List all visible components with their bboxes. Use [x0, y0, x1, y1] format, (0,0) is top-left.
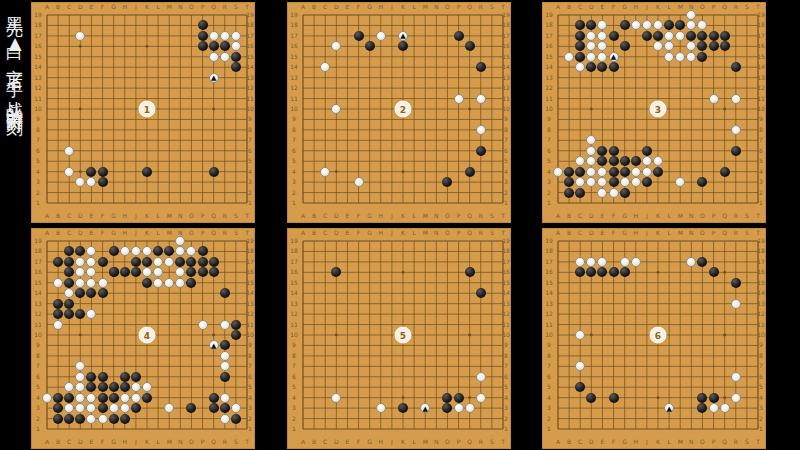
- black-stone: [609, 146, 619, 156]
- white-stone: [86, 246, 96, 256]
- row-label: 11: [246, 96, 254, 102]
- column-label: E: [346, 230, 350, 236]
- row-label: 4: [547, 169, 551, 175]
- row-label: 5: [547, 158, 551, 164]
- column-label: O: [700, 213, 705, 219]
- column-label: O: [189, 439, 194, 445]
- white-stone: [709, 403, 719, 413]
- row-label: 17: [502, 33, 510, 39]
- black-stone: [109, 267, 119, 277]
- black-stone: [597, 62, 607, 72]
- white-stone: [64, 167, 74, 177]
- column-label: F: [101, 213, 104, 219]
- row-label: 5: [36, 384, 40, 390]
- white-stone: [586, 52, 596, 62]
- black-stone: [164, 246, 174, 256]
- black-stone: [64, 299, 74, 309]
- black-stone: [709, 31, 719, 41]
- column-label: H: [123, 439, 128, 445]
- black-stone: [686, 31, 696, 41]
- black-stone: [609, 167, 619, 177]
- row-label: 6: [292, 148, 296, 154]
- black-stone: [75, 246, 85, 256]
- row-label: 19: [246, 12, 254, 18]
- white-stone: [86, 267, 96, 277]
- black-stone: [75, 414, 85, 424]
- column-label: R: [479, 439, 483, 445]
- black-stone: [564, 177, 574, 187]
- white-stone: [686, 10, 696, 20]
- column-label: G: [111, 230, 116, 236]
- white-stone: [220, 351, 230, 361]
- black-stone: [631, 156, 641, 166]
- column-label: F: [612, 230, 615, 236]
- black-stone: [131, 267, 141, 277]
- row-label: 4: [36, 395, 40, 401]
- row-label: 5: [248, 384, 252, 390]
- row-label: 12: [34, 85, 42, 91]
- column-label: F: [612, 4, 615, 10]
- white-stone: [209, 52, 219, 62]
- column-label: P: [201, 439, 205, 445]
- white-stone: [209, 340, 219, 350]
- white-stone: [709, 94, 719, 104]
- column-label: A: [45, 213, 49, 219]
- row-label: 10: [34, 106, 42, 112]
- black-stone: [586, 62, 596, 72]
- row-label: 19: [545, 12, 553, 18]
- row-label: 4: [36, 169, 40, 175]
- row-label: 15: [246, 54, 254, 60]
- column-label: R: [479, 230, 483, 236]
- row-label: 8: [504, 353, 508, 359]
- column-label: O: [445, 230, 450, 236]
- white-stone: [120, 403, 130, 413]
- white-stone: [120, 393, 130, 403]
- white-stone: [75, 382, 85, 392]
- black-stone: [709, 393, 719, 403]
- column-label: B: [567, 213, 571, 219]
- column-label: O: [700, 4, 705, 10]
- black-stone: [609, 393, 619, 403]
- problem-caption: 黑先：白▲之后下一手战斗的关键时刻: [2, 4, 28, 448]
- row-label: 2: [759, 416, 763, 422]
- black-stone: [697, 403, 707, 413]
- column-label: Q: [467, 439, 472, 445]
- column-label: J: [135, 213, 137, 219]
- black-stone: [454, 393, 464, 403]
- row-label: 16: [502, 43, 510, 49]
- row-label: 14: [545, 290, 553, 296]
- black-stone: [575, 267, 585, 277]
- column-label: C: [67, 439, 71, 445]
- diagram-number-badge: 2: [395, 101, 412, 118]
- row-label: 10: [545, 106, 553, 112]
- black-stone: [186, 267, 196, 277]
- row-label: 18: [757, 248, 765, 254]
- row-label: 10: [502, 106, 510, 112]
- row-label: 13: [290, 301, 298, 307]
- white-stone: [642, 167, 652, 177]
- row-label: 6: [248, 374, 252, 380]
- column-label: A: [45, 439, 49, 445]
- column-label: P: [201, 230, 205, 236]
- white-stone: [731, 94, 741, 104]
- row-label: 9: [248, 342, 252, 348]
- black-stone: [465, 167, 475, 177]
- row-label: 17: [246, 259, 254, 265]
- black-stone: [731, 62, 741, 72]
- white-stone: [98, 414, 108, 424]
- column-label: F: [357, 439, 360, 445]
- diagram-number-badge: 3: [650, 101, 667, 118]
- white-stone: [209, 31, 219, 41]
- column-label: D: [78, 213, 83, 219]
- column-label: G: [367, 4, 372, 10]
- column-label: S: [490, 213, 494, 219]
- column-label: E: [346, 4, 350, 10]
- row-label: 2: [759, 190, 763, 196]
- black-stone: [575, 20, 585, 30]
- column-label: D: [78, 230, 83, 236]
- column-label: N: [434, 439, 439, 445]
- column-label: G: [367, 439, 372, 445]
- column-label: P: [712, 230, 716, 236]
- go-board-3[interactable]: AABBCCDDEEFFGGHHJJKKLLMMNNOOPPQQRRSSTT19…: [542, 2, 766, 223]
- column-label: P: [712, 439, 716, 445]
- row-label: 14: [290, 64, 298, 70]
- column-label: S: [490, 439, 494, 445]
- column-label: S: [234, 230, 238, 236]
- black-stone: [109, 246, 119, 256]
- row-label: 1: [248, 426, 252, 432]
- row-label: 15: [246, 280, 254, 286]
- column-label: J: [135, 4, 137, 10]
- row-label: 4: [248, 169, 252, 175]
- row-label: 1: [292, 426, 296, 432]
- column-label: L: [156, 213, 159, 219]
- screenshot-frame: 黑先：白▲之后下一手战斗的关键时刻 AABBCCDDEEFFGGHHJJKKLL…: [0, 0, 800, 450]
- white-stone: [586, 41, 596, 51]
- row-label: 6: [759, 148, 763, 154]
- row-label: 11: [757, 322, 765, 328]
- column-label: S: [234, 213, 238, 219]
- white-stone: [175, 278, 185, 288]
- column-label: E: [90, 4, 94, 10]
- black-stone: [720, 167, 730, 177]
- row-label: 18: [502, 248, 510, 254]
- column-label: P: [457, 4, 461, 10]
- column-label: H: [634, 213, 639, 219]
- column-label: Q: [722, 4, 727, 10]
- white-stone: [597, 52, 607, 62]
- column-label: C: [323, 439, 327, 445]
- row-label: 15: [34, 280, 42, 286]
- column-label: D: [334, 213, 339, 219]
- column-label: J: [135, 439, 137, 445]
- row-label: 2: [292, 416, 296, 422]
- row-label: 14: [34, 290, 42, 296]
- white-stone: [153, 257, 163, 267]
- black-stone: [575, 188, 585, 198]
- column-label: A: [45, 4, 49, 10]
- column-label: K: [401, 213, 405, 219]
- row-label: 10: [502, 332, 510, 338]
- black-stone: [231, 414, 241, 424]
- column-label: M: [678, 213, 683, 219]
- diagram-number-badge: 1: [139, 101, 156, 118]
- row-label: 7: [547, 137, 551, 143]
- white-stone: [609, 188, 619, 198]
- black-stone: [575, 41, 585, 51]
- column-label: N: [434, 4, 439, 10]
- row-label: 4: [248, 395, 252, 401]
- column-label: D: [589, 4, 594, 10]
- white-stone: [164, 278, 174, 288]
- white-stone: [675, 31, 685, 41]
- column-label: H: [379, 230, 384, 236]
- column-label: G: [111, 213, 116, 219]
- white-stone: [586, 156, 596, 166]
- white-stone: [597, 31, 607, 41]
- row-label: 3: [292, 405, 296, 411]
- column-label: L: [667, 230, 670, 236]
- black-stone: [209, 167, 219, 177]
- column-label: M: [423, 230, 428, 236]
- column-label: J: [646, 230, 648, 236]
- row-label: 13: [290, 75, 298, 81]
- black-stone: [64, 278, 74, 288]
- black-stone: [620, 267, 630, 277]
- row-label: 12: [246, 311, 254, 317]
- column-label: A: [556, 439, 560, 445]
- column-label: E: [601, 213, 605, 219]
- white-stone: [686, 41, 696, 51]
- black-stone: [53, 257, 63, 267]
- column-label: Q: [722, 230, 727, 236]
- row-label: 17: [502, 259, 510, 265]
- column-label: M: [167, 439, 172, 445]
- column-label: P: [712, 213, 716, 219]
- white-stone: [75, 393, 85, 403]
- row-label: 4: [504, 395, 508, 401]
- diagram-number-badge: 4: [139, 327, 156, 344]
- row-label: 10: [290, 106, 298, 112]
- white-stone: [597, 20, 607, 30]
- column-label: G: [622, 4, 627, 10]
- row-label: 10: [757, 106, 765, 112]
- column-label: B: [56, 439, 60, 445]
- white-stone: [53, 278, 63, 288]
- black-stone: [697, 31, 707, 41]
- column-label: Q: [211, 213, 216, 219]
- column-label: A: [301, 4, 305, 10]
- row-label: 6: [759, 374, 763, 380]
- black-stone: [731, 278, 741, 288]
- row-label: 15: [290, 54, 298, 60]
- column-label: C: [323, 213, 327, 219]
- white-stone: [586, 135, 596, 145]
- black-stone: [86, 382, 96, 392]
- row-label: 12: [246, 85, 254, 91]
- row-label: 12: [290, 85, 298, 91]
- row-label: 16: [757, 43, 765, 49]
- column-label: R: [479, 213, 483, 219]
- row-label: 16: [502, 269, 510, 275]
- column-label: D: [334, 4, 339, 10]
- column-label: B: [567, 439, 571, 445]
- column-label: J: [646, 4, 648, 10]
- white-stone: [86, 278, 96, 288]
- column-label: A: [45, 230, 49, 236]
- black-stone: [98, 167, 108, 177]
- row-label: 9: [547, 116, 551, 122]
- row-label: 14: [757, 64, 765, 70]
- white-stone: [697, 20, 707, 30]
- row-label: 3: [292, 179, 296, 185]
- row-label: 6: [36, 374, 40, 380]
- column-label: T: [756, 213, 760, 219]
- row-label: 12: [757, 85, 765, 91]
- row-label: 13: [502, 75, 510, 81]
- row-label: 19: [290, 12, 298, 18]
- column-label: C: [67, 230, 71, 236]
- row-label: 3: [759, 405, 763, 411]
- column-label: N: [689, 213, 694, 219]
- white-stone: [631, 177, 641, 187]
- row-label: 10: [34, 332, 42, 338]
- column-label: N: [178, 439, 183, 445]
- black-stone: [575, 167, 585, 177]
- row-label: 3: [248, 405, 252, 411]
- column-label: A: [301, 439, 305, 445]
- row-label: 17: [34, 33, 42, 39]
- white-stone: [131, 382, 141, 392]
- white-stone: [175, 246, 185, 256]
- column-label: T: [245, 230, 249, 236]
- row-label: 11: [545, 96, 553, 102]
- column-label: D: [78, 439, 83, 445]
- row-label: 17: [34, 259, 42, 265]
- row-label: 19: [290, 238, 298, 244]
- black-stone: [53, 309, 63, 319]
- black-stone: [198, 246, 208, 256]
- column-label: M: [167, 230, 172, 236]
- column-label: B: [312, 4, 316, 10]
- row-label: 14: [246, 64, 254, 70]
- white-stone: [75, 267, 85, 277]
- row-label: 3: [36, 179, 40, 185]
- black-stone: [620, 41, 630, 51]
- column-label: C: [578, 230, 582, 236]
- column-label: O: [445, 4, 450, 10]
- column-label: B: [56, 213, 60, 219]
- white-stone: [164, 403, 174, 413]
- column-label: J: [391, 230, 393, 236]
- row-label: 2: [36, 416, 40, 422]
- row-label: 19: [502, 12, 510, 18]
- column-label: J: [391, 213, 393, 219]
- black-stone: [64, 393, 74, 403]
- column-label: O: [445, 439, 450, 445]
- white-stone: [75, 372, 85, 382]
- go-board-5[interactable]: AABBCCDDEEFFGGHHJJKKLLMMNNOOPPQQRRSSTT19…: [287, 228, 511, 449]
- white-stone: [231, 41, 241, 51]
- row-label: 1: [759, 200, 763, 206]
- white-stone: [476, 125, 486, 135]
- column-label: H: [123, 230, 128, 236]
- black-stone: [609, 177, 619, 187]
- black-stone: [98, 403, 108, 413]
- row-label: 16: [246, 43, 254, 49]
- row-label: 11: [290, 96, 298, 102]
- column-label: H: [379, 439, 384, 445]
- white-stone: [664, 31, 674, 41]
- row-label: 2: [292, 190, 296, 196]
- star-point: [402, 170, 405, 173]
- column-label: E: [601, 230, 605, 236]
- white-stone: [476, 94, 486, 104]
- row-label: 12: [757, 311, 765, 317]
- row-label: 15: [34, 54, 42, 60]
- column-label: A: [301, 230, 305, 236]
- column-label: G: [111, 439, 116, 445]
- black-stone: [64, 257, 74, 267]
- star-point: [79, 45, 82, 48]
- white-stone: [620, 257, 630, 267]
- white-stone: [597, 257, 607, 267]
- white-stone: [586, 177, 596, 187]
- column-label: R: [734, 230, 738, 236]
- go-board-6[interactable]: AABBCCDDEEFFGGHHJJKKLLMMNNOOPPQQRRSSTT19…: [542, 228, 766, 449]
- go-board-4[interactable]: AABBCCDDEEFFGGHHJJKKLLMMNNOOPPQQRRSSTT19…: [31, 228, 255, 449]
- row-label: 7: [759, 137, 763, 143]
- row-label: 16: [545, 43, 553, 49]
- row-label: 2: [504, 416, 508, 422]
- go-board-1[interactable]: AABBCCDDEEFFGGHHJJKKLLMMNNOOPPQQRRSSTT19…: [31, 2, 255, 223]
- white-stone: [64, 403, 74, 413]
- black-stone: [365, 41, 375, 51]
- white-stone: [575, 257, 585, 267]
- column-label: Q: [211, 230, 216, 236]
- column-label: E: [90, 213, 94, 219]
- black-stone: [198, 20, 208, 30]
- column-label: O: [189, 230, 194, 236]
- black-stone: [220, 403, 230, 413]
- white-stone: [98, 278, 108, 288]
- black-stone: [98, 372, 108, 382]
- column-label: M: [423, 439, 428, 445]
- white-stone: [398, 31, 408, 41]
- star-point: [79, 108, 82, 111]
- column-label: K: [656, 4, 660, 10]
- row-label: 13: [757, 301, 765, 307]
- row-label: 15: [502, 54, 510, 60]
- black-stone: [442, 403, 452, 413]
- row-label: 18: [246, 248, 254, 254]
- white-stone: [142, 246, 152, 256]
- column-label: E: [346, 213, 350, 219]
- go-board-2[interactable]: AABBCCDDEEFFGGHHJJKKLLMMNNOOPPQQRRSSTT19…: [287, 2, 511, 223]
- star-point: [723, 271, 726, 274]
- row-label: 8: [547, 353, 551, 359]
- row-label: 7: [759, 363, 763, 369]
- row-label: 6: [248, 148, 252, 154]
- white-stone: [720, 403, 730, 413]
- white-stone: [175, 236, 185, 246]
- black-stone: [64, 246, 74, 256]
- row-label: 18: [246, 22, 254, 28]
